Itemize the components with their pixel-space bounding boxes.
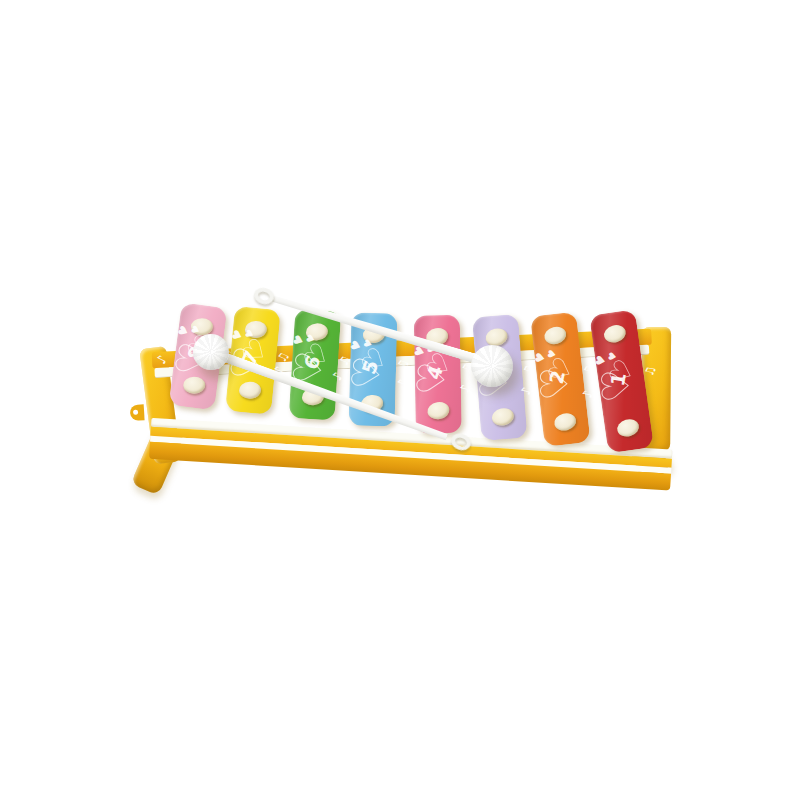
heart-motif: ♪♥♥♡♡1♫ <box>595 352 648 405</box>
xylophone: ♪♥♥♡♡8♫♪♥♥♡♡7♫♪♥♥♡♡6♫♪♥♥♡♡5♫♪♥♥♡♡4♫♪♥♥♡♡… <box>131 280 690 558</box>
heart-motif: ♪♥♥♡♡5♫ <box>344 338 403 397</box>
peg-bottom <box>490 406 515 427</box>
bar-6-green: ♪♥♥♡♡6♫ <box>289 309 342 421</box>
peg-bottom <box>615 417 641 439</box>
mallet-2-head <box>471 345 513 387</box>
bar-set: ♪♥♥♡♡8♫♪♥♥♡♡7♫♪♥♥♡♡6♫♪♥♥♡♡5♫♪♥♥♡♡4♫♪♥♥♡♡… <box>131 280 690 558</box>
product-photo: ♪♥♥♡♡8♫♪♥♥♡♡7♫♪♥♥♡♡6♫♪♥♥♡♡5♫♪♥♥♡♡4♫♪♥♥♡♡… <box>0 0 800 800</box>
peg-bottom <box>552 411 578 433</box>
music-note-icon: ♫ <box>395 357 410 371</box>
peg-top <box>602 323 628 345</box>
peg-top <box>543 324 569 346</box>
music-note-icon: ♫ <box>643 365 657 378</box>
bar-2-orange: ♪♥♥♡♡2♫ <box>530 312 591 447</box>
mallet-1-head <box>193 334 229 370</box>
peg-bottom <box>426 401 450 421</box>
bar-1-red: ♪♥♥♡♡1♫ <box>589 309 654 453</box>
bar-4-rose: ♪♥♥♡♡4♫ <box>414 315 462 434</box>
music-note-icon: ♪ <box>395 377 410 389</box>
music-note-icon: ♪ <box>580 389 594 399</box>
